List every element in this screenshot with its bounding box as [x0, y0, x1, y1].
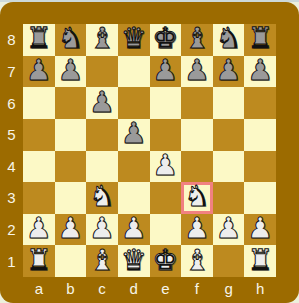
square-d3[interactable]: [118, 182, 150, 214]
square-e6[interactable]: [150, 87, 182, 119]
piece-white-rook[interactable]: ♜: [247, 246, 273, 275]
piece-black-pawn[interactable]: ♟: [89, 88, 115, 117]
square-b7[interactable]: ♟: [55, 56, 87, 88]
square-g7[interactable]: ♟: [213, 56, 245, 88]
square-g8[interactable]: ♞: [213, 24, 245, 56]
square-f6[interactable]: [181, 87, 213, 119]
piece-white-pawn[interactable]: ♟: [26, 214, 52, 243]
square-g3[interactable]: [213, 182, 245, 214]
square-h4[interactable]: [244, 151, 276, 183]
piece-black-knight[interactable]: ♞: [216, 24, 242, 53]
square-c2[interactable]: ♟: [86, 214, 118, 246]
square-g4[interactable]: [213, 151, 245, 183]
square-f1[interactable]: ♝: [181, 245, 213, 277]
piece-white-pawn[interactable]: ♟: [184, 214, 210, 243]
square-f8[interactable]: ♝: [181, 24, 213, 56]
square-f4[interactable]: [181, 151, 213, 183]
square-a1[interactable]: ♜: [23, 245, 55, 277]
square-d5[interactable]: ♟: [118, 119, 150, 151]
square-h1[interactable]: ♜: [244, 245, 276, 277]
square-e4[interactable]: ♟: [150, 151, 182, 183]
screenshot-root: 87654321 ♜♞♝♛♚♝♞♜♟♟♟♟♟♟♟♟♟♞♞♟♟♟♟♟♟♟♜♝♛♚♝…: [0, 0, 299, 303]
piece-black-rook[interactable]: ♜: [247, 24, 273, 53]
square-d6[interactable]: [118, 87, 150, 119]
rank-label-8: 8: [0, 24, 23, 56]
square-a3[interactable]: [23, 182, 55, 214]
piece-white-knight[interactable]: ♞: [184, 182, 210, 211]
square-c8[interactable]: ♝: [86, 24, 118, 56]
square-f5[interactable]: [181, 119, 213, 151]
file-labels: abcdefgh: [23, 277, 276, 300]
rank-label-4: 4: [0, 151, 23, 183]
square-c6[interactable]: ♟: [86, 87, 118, 119]
square-a5[interactable]: [23, 119, 55, 151]
piece-black-king[interactable]: ♚: [152, 24, 178, 53]
piece-white-pawn[interactable]: ♟: [216, 214, 242, 243]
rank-label-5: 5: [0, 119, 23, 151]
piece-black-pawn[interactable]: ♟: [152, 56, 178, 85]
square-c4[interactable]: [86, 151, 118, 183]
file-label-f: f: [181, 277, 213, 300]
square-g6[interactable]: [213, 87, 245, 119]
square-h2[interactable]: ♟: [244, 214, 276, 246]
piece-black-pawn[interactable]: ♟: [184, 56, 210, 85]
piece-white-pawn[interactable]: ♟: [57, 214, 83, 243]
square-h3[interactable]: [244, 182, 276, 214]
piece-white-pawn[interactable]: ♟: [152, 151, 178, 180]
piece-black-queen[interactable]: ♛: [121, 24, 147, 53]
square-b6[interactable]: [55, 87, 87, 119]
file-label-c: c: [86, 277, 118, 300]
square-b2[interactable]: ♟: [55, 214, 87, 246]
piece-white-pawn[interactable]: ♟: [247, 214, 273, 243]
piece-black-pawn[interactable]: ♟: [121, 119, 147, 148]
square-c5[interactable]: [86, 119, 118, 151]
square-a6[interactable]: [23, 87, 55, 119]
chess-board: ♜♞♝♛♚♝♞♜♟♟♟♟♟♟♟♟♟♞♞♟♟♟♟♟♟♟♜♝♛♚♝♜: [23, 24, 276, 277]
rank-labels: 87654321: [0, 24, 23, 277]
square-a4[interactable]: [23, 151, 55, 183]
rank-label-1: 1: [0, 245, 23, 277]
piece-white-bishop[interactable]: ♝: [89, 246, 115, 275]
square-f3[interactable]: ♞: [181, 182, 213, 214]
piece-white-queen[interactable]: ♛: [121, 246, 147, 275]
square-b4[interactable]: [55, 151, 87, 183]
square-f7[interactable]: ♟: [181, 56, 213, 88]
file-label-e: e: [150, 277, 182, 300]
piece-black-pawn[interactable]: ♟: [216, 56, 242, 85]
piece-black-pawn[interactable]: ♟: [247, 56, 273, 85]
square-e1[interactable]: ♚: [150, 245, 182, 277]
square-g2[interactable]: ♟: [213, 214, 245, 246]
square-c3[interactable]: ♞: [86, 182, 118, 214]
square-b3[interactable]: [55, 182, 87, 214]
chess-board-frame: 87654321 ♜♞♝♛♚♝♞♜♟♟♟♟♟♟♟♟♟♞♞♟♟♟♟♟♟♟♜♝♛♚♝…: [0, 2, 299, 303]
piece-black-bishop[interactable]: ♝: [184, 24, 210, 53]
square-b8[interactable]: ♞: [55, 24, 87, 56]
square-h5[interactable]: [244, 119, 276, 151]
piece-white-rook[interactable]: ♜: [26, 246, 52, 275]
piece-black-rook[interactable]: ♜: [26, 24, 52, 53]
square-h8[interactable]: ♜: [244, 24, 276, 56]
square-e8[interactable]: ♚: [150, 24, 182, 56]
square-e7[interactable]: ♟: [150, 56, 182, 88]
square-d2[interactable]: ♟: [118, 214, 150, 246]
rank-label-3: 3: [0, 182, 23, 214]
piece-black-bishop[interactable]: ♝: [89, 24, 115, 53]
file-label-g: g: [213, 277, 245, 300]
square-e3[interactable]: [150, 182, 182, 214]
square-a7[interactable]: ♟: [23, 56, 55, 88]
piece-white-pawn[interactable]: ♟: [89, 214, 115, 243]
rank-label-7: 7: [0, 56, 23, 88]
piece-white-pawn[interactable]: ♟: [121, 214, 147, 243]
square-c1[interactable]: ♝: [86, 245, 118, 277]
square-b1[interactable]: [55, 245, 87, 277]
square-g5[interactable]: [213, 119, 245, 151]
rank-label-2: 2: [0, 214, 23, 246]
square-g1[interactable]: [213, 245, 245, 277]
square-d8[interactable]: ♛: [118, 24, 150, 56]
file-label-b: b: [55, 277, 87, 300]
file-label-a: a: [23, 277, 55, 300]
square-c7[interactable]: [86, 56, 118, 88]
rank-label-6: 6: [0, 87, 23, 119]
square-h7[interactable]: ♟: [244, 56, 276, 88]
piece-white-bishop[interactable]: ♝: [184, 246, 210, 275]
square-a8[interactable]: ♜: [23, 24, 55, 56]
piece-white-king[interactable]: ♚: [152, 246, 178, 275]
square-d4[interactable]: [118, 151, 150, 183]
piece-black-pawn[interactable]: ♟: [26, 56, 52, 85]
square-b5[interactable]: [55, 119, 87, 151]
piece-white-knight[interactable]: ♞: [89, 182, 115, 211]
piece-black-knight[interactable]: ♞: [57, 24, 83, 53]
file-label-h: h: [244, 277, 276, 300]
square-d1[interactable]: ♛: [118, 245, 150, 277]
square-d7[interactable]: [118, 56, 150, 88]
square-f2[interactable]: ♟: [181, 214, 213, 246]
square-e2[interactable]: [150, 214, 182, 246]
file-label-d: d: [118, 277, 150, 300]
piece-black-pawn[interactable]: ♟: [57, 56, 83, 85]
square-a2[interactable]: ♟: [23, 214, 55, 246]
square-e5[interactable]: [150, 119, 182, 151]
square-h6[interactable]: [244, 87, 276, 119]
